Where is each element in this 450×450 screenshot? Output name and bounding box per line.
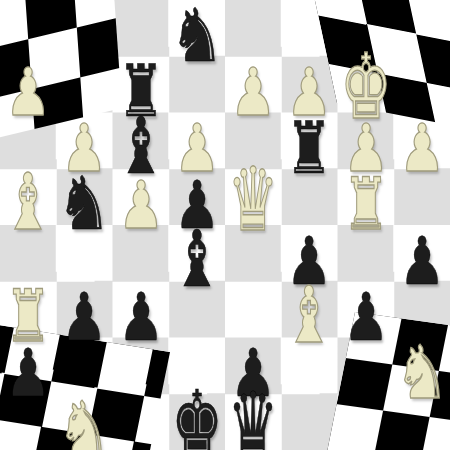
piece-black-queen[interactable]: ♛ [228,381,278,450]
piece-black-knight[interactable]: ♞ [57,166,111,240]
piece-black-pawn[interactable]: ♟ [5,341,51,407]
chess-pattern-canvas: ♞♟♜♟♟♚♟♝♟♜♟♟♝♞♟♟♛♜♝♟♟♜♟♟♝♟♟♟♞♞♚♛ [0,0,450,450]
piece-black-knight[interactable]: ♞ [170,0,224,72]
piece-white-queen[interactable]: ♛ [228,156,278,244]
piece-black-bishop[interactable]: ♝ [172,220,222,298]
piece-black-king[interactable]: ♚ [171,379,223,450]
piece-white-bishop[interactable]: ♝ [3,163,53,241]
piece-white-knight[interactable]: ♞ [395,335,449,409]
piece-black-rook[interactable]: ♜ [286,112,332,184]
piece-white-rook[interactable]: ♜ [342,168,388,240]
piece-white-bishop[interactable]: ♝ [284,276,334,354]
piece-white-knight[interactable]: ♞ [57,391,111,450]
piece-white-pawn[interactable]: ♟ [118,173,164,239]
piece-white-pawn[interactable]: ♟ [399,116,445,182]
piece-white-pawn[interactable]: ♟ [5,60,51,126]
piece-black-pawn[interactable]: ♟ [61,285,107,351]
piece-black-pawn[interactable]: ♟ [118,285,164,351]
piece-black-pawn[interactable]: ♟ [343,285,389,351]
piece-black-pawn[interactable]: ♟ [399,229,445,295]
piece-white-pawn[interactable]: ♟ [230,60,276,126]
